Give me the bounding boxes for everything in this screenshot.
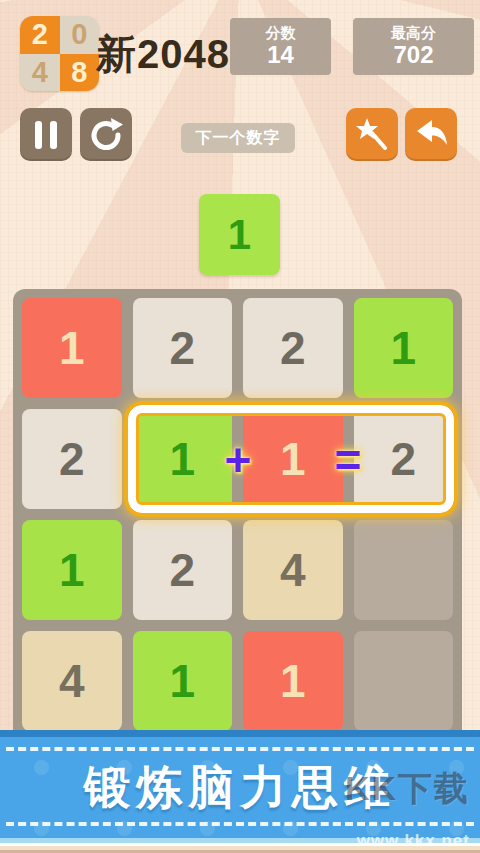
tile-2-r2c1[interactable]: 2: [22, 409, 122, 509]
game-screen: 2048 新2048 分数 14 最高分 702 下一个数字 1 1221211…: [0, 0, 480, 853]
tile-2-r1c3[interactable]: 2: [243, 298, 343, 398]
logo-cell: 0: [60, 16, 100, 54]
plus-operator: +: [225, 433, 252, 487]
pause-icon: [35, 121, 57, 149]
tile-1g-r1c4[interactable]: 1: [354, 298, 454, 398]
best-score-box: 最高分 702: [353, 18, 474, 75]
empty-cell: [354, 520, 454, 620]
restart-icon: [88, 117, 124, 153]
tile-4-r3c3[interactable]: 4: [243, 520, 343, 620]
app-logo: 2048: [20, 16, 99, 91]
tile-1g-r4c2[interactable]: 1: [133, 631, 233, 731]
watermark-logo: KK下载: [345, 766, 470, 812]
tile-1r-r2c3[interactable]: 1: [243, 409, 343, 509]
equals-operator: =: [335, 433, 362, 487]
score-value: 14: [267, 41, 294, 69]
tile-1r-r4c3[interactable]: 1: [243, 631, 343, 731]
tile-2-r2c4[interactable]: 2: [354, 409, 454, 509]
undo-button[interactable]: [405, 108, 457, 161]
tile-2-r1c2[interactable]: 2: [133, 298, 233, 398]
best-score-value: 702: [393, 41, 433, 69]
next-number-tile: 1: [199, 194, 280, 275]
score-box: 分数 14: [230, 18, 331, 75]
logo-cell: 8: [60, 54, 100, 92]
magic-wand-icon: [354, 117, 390, 153]
restart-button[interactable]: [80, 108, 132, 161]
logo-cell: 2: [20, 16, 60, 54]
app-title: 新2048: [96, 27, 230, 82]
pause-button[interactable]: [20, 108, 72, 161]
tile-1r-r1c1[interactable]: 1: [22, 298, 122, 398]
banner-edge-top: [0, 730, 480, 737]
undo-arrow-icon: [413, 117, 449, 153]
logo-cell: 4: [20, 54, 60, 92]
tile-4-r4c1[interactable]: 4: [22, 631, 122, 731]
next-number-label: 下一个数字: [181, 123, 295, 153]
magic-wand-button[interactable]: [346, 108, 398, 161]
score-label: 分数: [266, 24, 296, 41]
watermark-url: www.kkx.net: [357, 831, 470, 851]
empty-cell: [354, 631, 454, 731]
tile-1g-r2c2[interactable]: 1: [133, 409, 233, 509]
tile-1g-r3c1[interactable]: 1: [22, 520, 122, 620]
tile-2-r3c2[interactable]: 2: [133, 520, 233, 620]
best-score-label: 最高分: [391, 24, 436, 41]
